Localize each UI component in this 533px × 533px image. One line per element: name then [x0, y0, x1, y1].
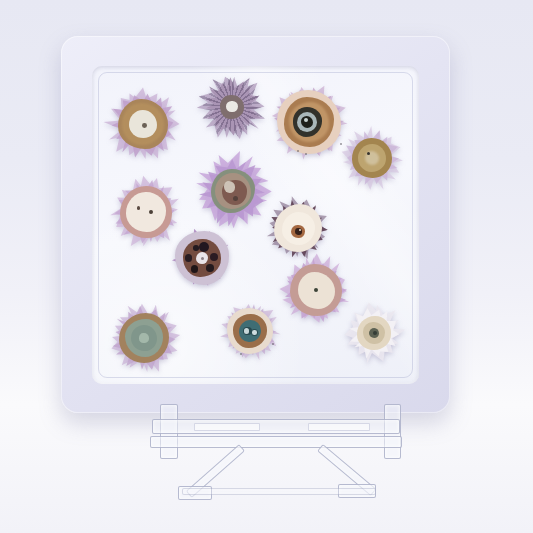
photo-scene	[0, 0, 533, 533]
specimen-8	[265, 195, 331, 261]
specimen-4	[338, 124, 406, 192]
specimen-9-layer	[314, 288, 318, 292]
specimen-11	[218, 299, 282, 363]
specimen-1-layer	[142, 123, 147, 128]
stand-front-lip	[182, 488, 376, 495]
specimen-10-layer	[139, 333, 148, 342]
specimen-6	[192, 150, 274, 232]
specimen-5-layer	[126, 192, 166, 232]
specimen-7-layer	[191, 265, 198, 272]
specimen-10	[106, 300, 182, 376]
dust-speck	[272, 343, 274, 345]
specimen-11-layer	[252, 330, 256, 334]
dust-speck	[240, 353, 242, 355]
specimen-2-layer	[226, 101, 238, 113]
specimen-12	[342, 301, 406, 365]
stand-bar-slot	[194, 423, 260, 431]
specimen-7-layer	[193, 245, 199, 251]
stand-bar-slot	[308, 423, 370, 431]
display-window-membrane	[92, 66, 419, 384]
dust-speck	[340, 143, 342, 145]
specimen-11-layer	[244, 328, 249, 333]
specimen-12-layer	[373, 331, 377, 335]
specimen-7-layer	[199, 242, 210, 253]
specimen-2	[196, 71, 268, 143]
display-frame	[61, 36, 450, 413]
dust-speck	[305, 153, 307, 155]
specimen-3	[269, 82, 349, 162]
stand-bar-top	[152, 419, 400, 434]
specimen-5-layer	[137, 206, 140, 209]
specimen-6-layer	[224, 181, 235, 192]
specimen-7-layer	[206, 264, 213, 271]
specimen-1	[103, 84, 183, 164]
specimen-7	[171, 227, 233, 289]
specimen-7-layer	[185, 254, 192, 261]
stand-bar-mid	[150, 436, 402, 448]
dust-speck	[297, 150, 299, 152]
